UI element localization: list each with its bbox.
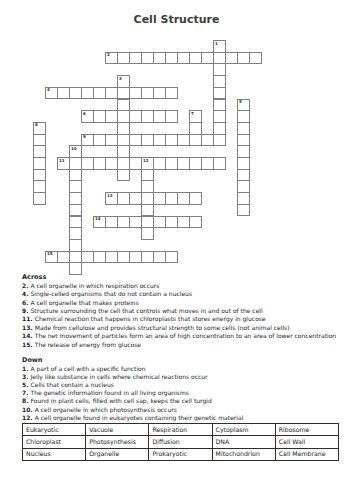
clue-item-number: 7. [22, 389, 31, 396]
page-title: Cell Structure [0, 13, 353, 26]
clue-item: 7. The genetic information found in all … [22, 389, 243, 397]
word-bank-row: NucleusOrganelleProkaryoticMitochondrion… [23, 449, 339, 461]
clue-item-text: A cell organelle in which photosynthesis… [35, 406, 177, 413]
clue-item: 1. A part of a cell with a specific func… [22, 365, 243, 373]
clue-item-text: Made from cellulose and provides structu… [35, 324, 290, 331]
clue-item-number: 5. [22, 381, 31, 388]
clue-number: 4 [47, 88, 50, 92]
clue-item-text: A cell organelle found in eukaryotes con… [35, 414, 244, 421]
grid-cell[interactable] [165, 110, 178, 123]
clue-item-text: A cell organelle that makes proteins [31, 299, 139, 306]
clue-item-number: 1. [22, 365, 31, 372]
clue-item-text: A cell organelle in which respiration oc… [31, 282, 160, 289]
word-bank-entry: Diffusion [149, 436, 212, 448]
word-bank-entry: Chloroplast [23, 436, 86, 448]
across-clue-list: 2. A cell organelle in which respiration… [22, 282, 336, 350]
clue-item-number: 9. [22, 307, 31, 314]
grid-cell[interactable] [213, 134, 226, 147]
grid-cell[interactable] [189, 216, 202, 229]
clue-item-text: The genetic information found in all liv… [31, 389, 189, 396]
clue-item-number: 12. [22, 414, 35, 421]
clue-item: 2. A cell organelle in which respiration… [22, 282, 336, 290]
clue-number: 10 [71, 147, 77, 151]
grid-cell[interactable] [189, 192, 202, 205]
word-bank-row: EukaryoticVacuoleRespirationCytoplasmRib… [23, 424, 339, 436]
word-bank-table: EukaryoticVacuoleRespirationCytoplasmRib… [22, 423, 339, 461]
word-bank-entry: DNA [213, 436, 276, 448]
clue-item-number: 3. [22, 373, 31, 380]
word-bank-row: ChloroplastPhotosynthesisDiffusionDNACel… [23, 436, 339, 448]
down-clue-list: 1. A part of a cell with a specific func… [22, 365, 243, 422]
clue-item: 15. The release of energy from glucose [22, 341, 336, 349]
word-bank-entry: Eukaryotic [23, 424, 86, 436]
clue-item-number: 15. [22, 341, 35, 348]
clue-item-text: Cells that contain a nucleus [31, 381, 114, 388]
word-bank-entry: Cytoplasm [213, 424, 276, 436]
grid-cell[interactable] [237, 204, 250, 217]
clue-item-text: Single-celled organisms that do not cont… [31, 290, 193, 297]
clue-number: 9 [83, 135, 86, 139]
grid-cell[interactable] [141, 227, 154, 240]
clue-item: 8. Found in plant cells, filled with cel… [22, 397, 243, 405]
word-bank-entry: Nucleus [23, 449, 86, 461]
clue-item: 4. Single-celled organisms that do not c… [22, 290, 336, 298]
clue-number: 14 [95, 217, 101, 221]
clue-number: 6 [83, 112, 86, 116]
clue-number: 3 [119, 77, 122, 81]
word-bank-entry: Cell Wall [276, 436, 339, 448]
across-header: Across [22, 273, 336, 282]
grid-cell[interactable] [33, 192, 46, 205]
crossword-grid: 123456789101112131415 [33, 40, 262, 275]
clue-item: 14. The net movement of particles form a… [22, 332, 336, 340]
word-bank-entry: Cell Membrane [276, 449, 339, 461]
grid-cell[interactable] [213, 157, 226, 170]
word-bank-entry: Prokaryotic [149, 449, 212, 461]
clue-item-number: 2. [22, 282, 31, 289]
down-clues-section: Down 1. A part of a cell with a specific… [22, 356, 243, 422]
clue-number: 12 [143, 159, 149, 163]
grid-cell[interactable] [249, 52, 262, 65]
clue-number: 13 [107, 194, 113, 198]
clue-item: 13. Made from cellulose and provides str… [22, 324, 336, 332]
clue-number: 11 [59, 159, 65, 163]
clue-item: 9. Structure surrounding the cell that c… [22, 307, 336, 315]
clue-item-text: The net movement of particles form an ar… [35, 332, 336, 339]
word-bank-entry: Ribosome [276, 424, 339, 436]
word-bank-entry: Respiration [149, 424, 212, 436]
clue-item: 12. A cell organelle found in eukaryotes… [22, 414, 243, 422]
down-header: Down [22, 356, 243, 365]
grid-cell[interactable] [165, 251, 178, 264]
clue-item: 5. Cells that contain a nucleus [22, 381, 243, 389]
clue-item: 3. Jelly like substance in cells where c… [22, 373, 243, 381]
clue-item-text: Structure surrounding the cell that cont… [31, 307, 263, 314]
clue-number: 2 [107, 53, 110, 57]
clue-item-text: The release of energy from glucose [35, 341, 141, 348]
grid-cell[interactable] [165, 87, 178, 100]
clue-item-number: 13. [22, 324, 35, 331]
clue-item: 6. A cell organelle that makes proteins [22, 299, 336, 307]
clue-item: 11. Chemical reaction that happens in ch… [22, 315, 336, 323]
clue-item-text: A part of a cell with a specific functio… [31, 365, 146, 372]
clue-item-number: 14. [22, 332, 35, 339]
clue-item-text: Chemical reaction that happens in chloro… [35, 315, 266, 322]
clue-number: 15 [47, 252, 53, 256]
clue-item-number: 6. [22, 299, 31, 306]
grid-cell[interactable] [117, 169, 130, 182]
word-bank-entry: Mitochondrion [213, 449, 276, 461]
clue-number: 1 [215, 42, 218, 46]
word-bank-entry: Organelle [86, 449, 149, 461]
worksheet-page: Cell Structure 123456789101112131415 Acr… [0, 0, 353, 500]
clue-item-text: Jelly like substance in cells where chem… [31, 373, 208, 380]
clue-number: 8 [35, 123, 38, 127]
across-clues-section: Across 2. A cell organelle in which resp… [22, 273, 336, 349]
clue-item-number: 10. [22, 406, 35, 413]
word-bank-entry: Photosynthesis [86, 436, 149, 448]
clue-item-number: 11. [22, 315, 35, 322]
clue-item-number: 8. [22, 397, 31, 404]
clue-item: 10. A cell organelle in which photosynth… [22, 406, 243, 414]
clue-number: 5 [239, 100, 242, 104]
clue-item-number: 4. [22, 290, 31, 297]
word-bank-entry: Vacuole [86, 424, 149, 436]
clue-item-text: Found in plant cells, filled with cell s… [31, 397, 212, 404]
clue-number: 7 [191, 112, 194, 116]
